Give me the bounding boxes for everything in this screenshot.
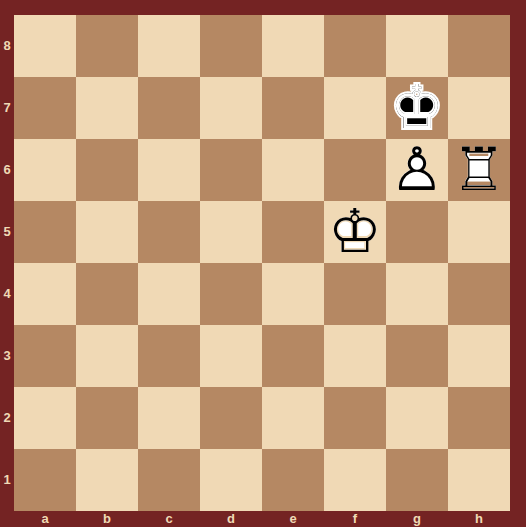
square-a3[interactable] — [14, 325, 76, 387]
black-king-glyph-detail: ♔ — [386, 77, 448, 139]
square-b2[interactable] — [76, 387, 138, 449]
square-g7[interactable]: ♚♚♔ — [386, 77, 448, 139]
file-label-b: b — [76, 511, 138, 527]
square-e3[interactable] — [262, 325, 324, 387]
square-h7[interactable] — [448, 77, 510, 139]
square-g1[interactable] — [386, 449, 448, 511]
square-g2[interactable] — [386, 387, 448, 449]
chess-board-frame: ♚♚♔♟♙♜♖♚♔ abcdefgh87654321 — [0, 0, 526, 527]
square-f3[interactable] — [324, 325, 386, 387]
file-label-c: c — [138, 511, 200, 527]
square-a6[interactable] — [14, 139, 76, 201]
square-f5[interactable]: ♚♔ — [324, 201, 386, 263]
white-rook-glyph-outline: ♖ — [448, 139, 510, 201]
rank-label-1: 1 — [0, 449, 14, 511]
square-h1[interactable] — [448, 449, 510, 511]
rank-label-7: 7 — [0, 77, 14, 139]
square-e1[interactable] — [262, 449, 324, 511]
chess-board: ♚♚♔♟♙♜♖♚♔ — [14, 15, 510, 511]
white-king[interactable]: ♚♔ — [324, 201, 386, 263]
white-pawn-glyph-outline: ♙ — [386, 139, 448, 201]
white-rook-glyph-fill: ♜ — [448, 139, 510, 201]
rank-label-3: 3 — [0, 325, 14, 387]
square-h8[interactable] — [448, 15, 510, 77]
square-f7[interactable] — [324, 77, 386, 139]
square-c1[interactable] — [138, 449, 200, 511]
square-b1[interactable] — [76, 449, 138, 511]
square-a7[interactable] — [14, 77, 76, 139]
square-e2[interactable] — [262, 387, 324, 449]
square-h6[interactable]: ♜♖ — [448, 139, 510, 201]
square-h5[interactable] — [448, 201, 510, 263]
square-a2[interactable] — [14, 387, 76, 449]
square-a1[interactable] — [14, 449, 76, 511]
square-g5[interactable] — [386, 201, 448, 263]
square-e6[interactable] — [262, 139, 324, 201]
square-h2[interactable] — [448, 387, 510, 449]
file-label-e: e — [262, 511, 324, 527]
square-a5[interactable] — [14, 201, 76, 263]
square-d3[interactable] — [200, 325, 262, 387]
black-king-glyph-fill: ♚ — [386, 77, 448, 139]
square-c5[interactable] — [138, 201, 200, 263]
square-e8[interactable] — [262, 15, 324, 77]
square-h3[interactable] — [448, 325, 510, 387]
square-b6[interactable] — [76, 139, 138, 201]
file-label-a: a — [14, 511, 76, 527]
square-f8[interactable] — [324, 15, 386, 77]
square-c7[interactable] — [138, 77, 200, 139]
square-g8[interactable] — [386, 15, 448, 77]
square-f4[interactable] — [324, 263, 386, 325]
square-d6[interactable] — [200, 139, 262, 201]
square-d7[interactable] — [200, 77, 262, 139]
square-b3[interactable] — [76, 325, 138, 387]
square-f6[interactable] — [324, 139, 386, 201]
square-c4[interactable] — [138, 263, 200, 325]
square-g3[interactable] — [386, 325, 448, 387]
rank-label-4: 4 — [0, 263, 14, 325]
square-c6[interactable] — [138, 139, 200, 201]
square-d4[interactable] — [200, 263, 262, 325]
square-f1[interactable] — [324, 449, 386, 511]
rank-label-6: 6 — [0, 139, 14, 201]
file-label-d: d — [200, 511, 262, 527]
square-c3[interactable] — [138, 325, 200, 387]
square-f2[interactable] — [324, 387, 386, 449]
square-b8[interactable] — [76, 15, 138, 77]
square-a4[interactable] — [14, 263, 76, 325]
white-pawn[interactable]: ♟♙ — [386, 139, 448, 201]
white-king-glyph-fill: ♚ — [324, 201, 386, 263]
square-b4[interactable] — [76, 263, 138, 325]
square-g4[interactable] — [386, 263, 448, 325]
square-h4[interactable] — [448, 263, 510, 325]
square-c8[interactable] — [138, 15, 200, 77]
square-d1[interactable] — [200, 449, 262, 511]
white-pawn-glyph-fill: ♟ — [386, 139, 448, 201]
square-d2[interactable] — [200, 387, 262, 449]
rank-label-8: 8 — [0, 15, 14, 77]
rank-label-5: 5 — [0, 201, 14, 263]
square-c2[interactable] — [138, 387, 200, 449]
square-a8[interactable] — [14, 15, 76, 77]
white-king-glyph-outline: ♔ — [324, 201, 386, 263]
square-e4[interactable] — [262, 263, 324, 325]
file-label-g: g — [386, 511, 448, 527]
square-d5[interactable] — [200, 201, 262, 263]
rank-label-2: 2 — [0, 387, 14, 449]
file-label-f: f — [324, 511, 386, 527]
square-e7[interactable] — [262, 77, 324, 139]
black-king[interactable]: ♚♚♔ — [386, 77, 448, 139]
square-b7[interactable] — [76, 77, 138, 139]
black-king-glyph-halo: ♚ — [386, 77, 448, 139]
square-e5[interactable] — [262, 201, 324, 263]
square-g6[interactable]: ♟♙ — [386, 139, 448, 201]
square-b5[interactable] — [76, 201, 138, 263]
white-rook[interactable]: ♜♖ — [448, 139, 510, 201]
square-d8[interactable] — [200, 15, 262, 77]
file-label-h: h — [448, 511, 510, 527]
